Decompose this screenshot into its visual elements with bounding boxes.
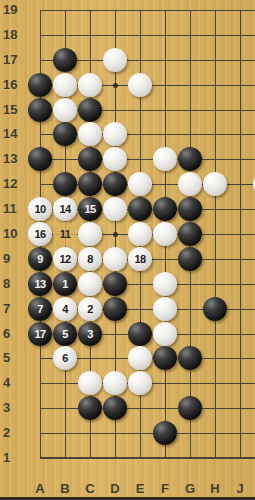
stone-white-D13	[103, 147, 127, 171]
stone-black-G5	[178, 346, 202, 370]
grid-hline-1	[40, 457, 255, 459]
hoshi-D10	[113, 232, 118, 237]
stone-black-F2	[153, 421, 177, 445]
stone-white-K12-partial	[253, 172, 255, 196]
stone-black-A15	[28, 98, 52, 122]
stone-black-A13	[28, 147, 52, 171]
stone-black-move1-B8: 1	[53, 272, 77, 296]
row-label-16: 16	[3, 77, 27, 92]
row-label-4: 4	[3, 375, 27, 390]
stone-black-D12	[103, 172, 127, 196]
stone-white-H12	[203, 172, 227, 196]
stone-white-C8	[78, 272, 102, 296]
stone-black-E11	[128, 197, 152, 221]
stone-black-G10	[178, 222, 202, 246]
stone-white-B15	[53, 98, 77, 122]
col-label-B: B	[53, 481, 77, 496]
col-label-H: H	[203, 481, 227, 496]
grid-hline-13	[40, 159, 255, 160]
row-label-5: 5	[3, 350, 27, 365]
stone-white-move2-C7: 2	[78, 297, 102, 321]
stone-black-B14	[53, 122, 77, 146]
col-label-F: F	[153, 481, 177, 496]
grid-vline-J	[240, 10, 241, 459]
stone-white-F6	[153, 322, 177, 346]
col-label-G: G	[178, 481, 202, 496]
stone-black-C13	[78, 147, 102, 171]
row-label-14: 14	[3, 126, 27, 141]
stone-black-H7	[203, 297, 227, 321]
stone-black-move13-A8: 13	[28, 272, 52, 296]
stone-white-D4	[103, 371, 127, 395]
grid-hline-2	[40, 433, 255, 434]
row-label-17: 17	[3, 52, 27, 67]
stone-white-D11	[103, 197, 127, 221]
stone-black-D3	[103, 396, 127, 420]
row-label-10: 10	[3, 226, 27, 241]
hoshi-D16	[113, 83, 118, 88]
stone-white-E5	[128, 346, 152, 370]
stone-black-B12	[53, 172, 77, 196]
stone-black-move5-B6: 5	[53, 322, 77, 346]
stone-white-move18-E9: 18	[128, 247, 152, 271]
stone-black-A16	[28, 73, 52, 97]
captured-move-number-B10: 11	[53, 222, 77, 246]
stone-white-D9	[103, 247, 127, 271]
stone-white-move4-B7: 4	[53, 297, 77, 321]
row-label-18: 18	[3, 27, 27, 42]
row-label-15: 15	[3, 102, 27, 117]
stone-white-move10-A11: 10	[28, 197, 52, 221]
stone-black-F11	[153, 197, 177, 221]
col-label-D: D	[103, 481, 127, 496]
stone-black-G9	[178, 247, 202, 271]
stone-white-D17	[103, 48, 127, 72]
row-label-3: 3	[3, 400, 27, 415]
stone-black-G11	[178, 197, 202, 221]
stone-white-E4	[128, 371, 152, 395]
stone-white-F8	[153, 272, 177, 296]
stone-black-C12	[78, 172, 102, 196]
stone-black-D8	[103, 272, 127, 296]
stone-white-E10	[128, 222, 152, 246]
grid-hline-3	[40, 408, 255, 409]
stone-black-B17	[53, 48, 77, 72]
stone-white-move14-B11: 14	[53, 197, 77, 221]
row-label-13: 13	[3, 151, 27, 166]
go-board-screenshot: 19181716151413121110987654321ABCDEFGHJ10…	[0, 0, 255, 500]
stone-black-C3	[78, 396, 102, 420]
stone-white-D14	[103, 122, 127, 146]
stone-black-move17-A6: 17	[28, 322, 52, 346]
stone-white-E12	[128, 172, 152, 196]
col-label-E: E	[128, 481, 152, 496]
row-label-12: 12	[3, 176, 27, 191]
stone-white-move16-A10: 16	[28, 222, 52, 246]
stone-black-F5	[153, 346, 177, 370]
row-label-11: 11	[3, 201, 27, 216]
row-label-9: 9	[3, 251, 27, 266]
grid-hline-19	[40, 10, 255, 11]
stone-white-F13	[153, 147, 177, 171]
stone-white-C16	[78, 73, 102, 97]
row-label-1: 1	[3, 450, 27, 465]
stone-black-move7-A7: 7	[28, 297, 52, 321]
stone-white-F7	[153, 297, 177, 321]
row-label-8: 8	[3, 276, 27, 291]
stone-white-F10	[153, 222, 177, 246]
stone-white-move12-B9: 12	[53, 247, 77, 271]
stone-black-C15	[78, 98, 102, 122]
row-label-2: 2	[3, 425, 27, 440]
stone-white-move8-C9: 8	[78, 247, 102, 271]
stone-white-G12	[178, 172, 202, 196]
col-label-C: C	[78, 481, 102, 496]
row-label-19: 19	[3, 2, 27, 17]
go-board[interactable]: 19181716151413121110987654321ABCDEFGHJ10…	[0, 0, 255, 500]
stone-white-B16	[53, 73, 77, 97]
col-label-A: A	[28, 481, 52, 496]
stone-black-G3	[178, 396, 202, 420]
stone-white-E16	[128, 73, 152, 97]
stone-black-move15-C11: 15	[78, 197, 102, 221]
stone-black-E6	[128, 322, 152, 346]
stone-white-move6-B5: 6	[53, 346, 77, 370]
stone-white-C4	[78, 371, 102, 395]
stone-black-D7	[103, 297, 127, 321]
stone-black-G13	[178, 147, 202, 171]
row-label-7: 7	[3, 301, 27, 316]
row-label-6: 6	[3, 326, 27, 341]
grid-vline-H	[215, 10, 216, 459]
grid-hline-18	[40, 35, 255, 36]
stone-white-C14	[78, 122, 102, 146]
stone-black-move3-C6: 3	[78, 322, 102, 346]
col-label-J: J	[228, 481, 252, 496]
stone-black-move9-A9: 9	[28, 247, 52, 271]
stone-white-C10	[78, 222, 102, 246]
